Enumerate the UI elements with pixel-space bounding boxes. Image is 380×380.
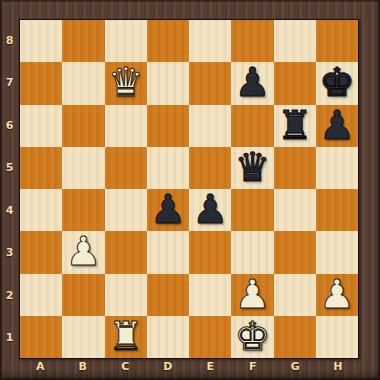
rank-label-4: 4 [0,189,19,232]
square-e6[interactable] [189,105,231,147]
rank-label-6: 6 [0,104,19,147]
square-h7[interactable]: ♚ [316,62,358,104]
square-d3[interactable] [147,231,189,273]
square-a6[interactable] [20,105,62,147]
square-h8[interactable] [316,20,358,62]
square-c8[interactable] [105,20,147,62]
square-h6[interactable]: ♟ [316,105,358,147]
square-a1[interactable] [20,316,62,358]
square-g3[interactable] [274,231,316,273]
square-c1[interactable]: ♜ [105,316,147,358]
file-label-f: F [232,357,275,376]
black-pawn-h6[interactable]: ♟ [319,104,355,146]
file-label-g: G [274,357,317,376]
square-c7[interactable]: ♛ [105,62,147,104]
square-e7[interactable] [189,62,231,104]
square-d2[interactable] [147,274,189,316]
black-queen-f5[interactable]: ♛ [234,146,270,188]
square-a3[interactable] [20,231,62,273]
black-pawn-f7[interactable]: ♟ [234,61,270,103]
square-e1[interactable] [189,316,231,358]
file-label-e: E [189,357,232,376]
square-g7[interactable] [274,62,316,104]
square-f8[interactable] [231,20,273,62]
square-f6[interactable] [231,105,273,147]
rank-label-8: 8 [0,19,19,62]
file-labels: ABCDEFGH [19,357,359,376]
square-d8[interactable] [147,20,189,62]
square-e4[interactable]: ♟ [189,189,231,231]
black-pawn-e4[interactable]: ♟ [192,188,228,230]
square-c5[interactable] [105,147,147,189]
file-label-a: A [19,357,62,376]
square-c6[interactable] [105,105,147,147]
square-a4[interactable] [20,189,62,231]
square-c3[interactable] [105,231,147,273]
square-d1[interactable] [147,316,189,358]
square-f7[interactable]: ♟ [231,62,273,104]
square-h2[interactable]: ♟ [316,274,358,316]
square-a2[interactable] [20,274,62,316]
square-b1[interactable] [62,316,104,358]
square-g1[interactable] [274,316,316,358]
square-c2[interactable] [105,274,147,316]
square-a7[interactable] [20,62,62,104]
rank-label-2: 2 [0,274,19,317]
white-rook-c1[interactable]: ♜ [108,315,144,357]
black-rook-g6[interactable]: ♜ [277,104,313,146]
white-pawn-f2[interactable]: ♟ [234,273,270,315]
white-pawn-b3[interactable]: ♟ [65,230,101,272]
square-g8[interactable] [274,20,316,62]
rank-label-3: 3 [0,232,19,275]
square-b4[interactable] [62,189,104,231]
board: ♛♟♚♜♟♛♟♟♟♟♟♜♚ [19,19,359,359]
square-e5[interactable] [189,147,231,189]
file-label-h: H [317,357,360,376]
square-e8[interactable] [189,20,231,62]
rank-labels: 87654321 [0,19,19,359]
square-d5[interactable] [147,147,189,189]
square-e2[interactable] [189,274,231,316]
file-label-b: B [62,357,105,376]
square-c4[interactable] [105,189,147,231]
square-g5[interactable] [274,147,316,189]
square-f4[interactable] [231,189,273,231]
square-g6[interactable]: ♜ [274,105,316,147]
square-h4[interactable] [316,189,358,231]
square-f1[interactable]: ♚ [231,316,273,358]
rank-label-1: 1 [0,317,19,360]
chess-board-frame: 87654321 ♛♟♚♜♟♛♟♟♟♟♟♜♚ ABCDEFGH [0,0,380,380]
square-d4[interactable]: ♟ [147,189,189,231]
square-f5[interactable]: ♛ [231,147,273,189]
square-f3[interactable] [231,231,273,273]
square-f2[interactable]: ♟ [231,274,273,316]
square-b6[interactable] [62,105,104,147]
square-h1[interactable] [316,316,358,358]
square-e3[interactable] [189,231,231,273]
file-label-d: D [147,357,190,376]
file-label-c: C [104,357,147,376]
square-h3[interactable] [316,231,358,273]
rank-label-7: 7 [0,62,19,105]
black-pawn-d4[interactable]: ♟ [150,188,186,230]
black-king-h7[interactable]: ♚ [319,61,355,103]
square-a8[interactable] [20,20,62,62]
square-g2[interactable] [274,274,316,316]
square-a5[interactable] [20,147,62,189]
square-b8[interactable] [62,20,104,62]
square-b7[interactable] [62,62,104,104]
white-king-f1[interactable]: ♚ [234,315,270,357]
square-b2[interactable] [62,274,104,316]
square-d7[interactable] [147,62,189,104]
square-b3[interactable]: ♟ [62,231,104,273]
white-queen-c7[interactable]: ♛ [108,61,144,103]
square-d6[interactable] [147,105,189,147]
white-pawn-h2[interactable]: ♟ [319,273,355,315]
square-h5[interactable] [316,147,358,189]
square-g4[interactable] [274,189,316,231]
square-b5[interactable] [62,147,104,189]
rank-label-5: 5 [0,147,19,190]
